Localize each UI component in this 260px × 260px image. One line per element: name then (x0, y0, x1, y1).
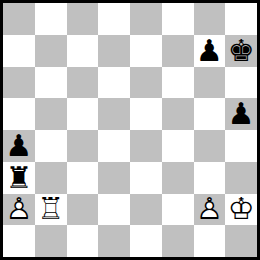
square-h2[interactable]: ♚♔ (225, 194, 257, 226)
square-b5[interactable] (35, 98, 67, 130)
square-e6[interactable] (130, 67, 162, 99)
square-g3[interactable] (194, 162, 226, 194)
square-c1[interactable] (67, 225, 99, 257)
square-d1[interactable] (98, 225, 130, 257)
square-f2[interactable] (162, 194, 194, 226)
white-pawn-glyph: ♙ (3, 194, 35, 226)
square-g4[interactable] (194, 130, 226, 162)
square-a4[interactable]: ♟ (3, 130, 35, 162)
square-h6[interactable] (225, 67, 257, 99)
square-h5[interactable]: ♟ (225, 98, 257, 130)
black-king-glyph: ♚ (225, 35, 257, 67)
square-f7[interactable] (162, 35, 194, 67)
square-a7[interactable] (3, 35, 35, 67)
square-f6[interactable] (162, 67, 194, 99)
square-g7[interactable]: ♟ (194, 35, 226, 67)
square-f8[interactable] (162, 3, 194, 35)
square-c5[interactable] (67, 98, 99, 130)
square-b7[interactable] (35, 35, 67, 67)
square-a3[interactable]: ♜ (3, 162, 35, 194)
square-d3[interactable] (98, 162, 130, 194)
square-f1[interactable] (162, 225, 194, 257)
piece-black-king[interactable]: ♚ (225, 35, 257, 67)
square-c4[interactable] (67, 130, 99, 162)
square-a2[interactable]: ♟♙ (3, 194, 35, 226)
square-a1[interactable] (3, 225, 35, 257)
square-g2[interactable]: ♟♙ (194, 194, 226, 226)
square-b2[interactable]: ♜♖ (35, 194, 67, 226)
black-pawn-glyph: ♟ (194, 35, 226, 67)
square-c7[interactable] (67, 35, 99, 67)
piece-white-pawn[interactable]: ♟♙ (3, 194, 35, 226)
square-g8[interactable] (194, 3, 226, 35)
square-h1[interactable] (225, 225, 257, 257)
square-e2[interactable] (130, 194, 162, 226)
piece-white-pawn[interactable]: ♟♙ (194, 194, 226, 226)
square-e3[interactable] (130, 162, 162, 194)
square-f4[interactable] (162, 130, 194, 162)
square-h3[interactable] (225, 162, 257, 194)
square-d8[interactable] (98, 3, 130, 35)
square-b8[interactable] (35, 3, 67, 35)
white-rook-glyph: ♖ (35, 194, 67, 226)
square-f5[interactable] (162, 98, 194, 130)
square-d6[interactable] (98, 67, 130, 99)
square-b6[interactable] (35, 67, 67, 99)
square-f3[interactable] (162, 162, 194, 194)
square-c6[interactable] (67, 67, 99, 99)
square-e7[interactable] (130, 35, 162, 67)
square-d4[interactable] (98, 130, 130, 162)
square-g5[interactable] (194, 98, 226, 130)
square-b1[interactable] (35, 225, 67, 257)
square-b4[interactable] (35, 130, 67, 162)
piece-white-king[interactable]: ♚♔ (225, 194, 257, 226)
black-pawn-glyph: ♟ (3, 130, 35, 162)
square-e5[interactable] (130, 98, 162, 130)
square-c2[interactable] (67, 194, 99, 226)
square-a5[interactable] (3, 98, 35, 130)
square-d5[interactable] (98, 98, 130, 130)
square-h4[interactable] (225, 130, 257, 162)
black-pawn-glyph: ♟ (225, 98, 257, 130)
square-c8[interactable] (67, 3, 99, 35)
square-a8[interactable] (3, 3, 35, 35)
white-king-glyph: ♔ (225, 194, 257, 226)
chess-board: ♟♚♟♟♜♟♙♜♖♟♙♚♔ (0, 0, 260, 260)
square-e4[interactable] (130, 130, 162, 162)
square-g6[interactable] (194, 67, 226, 99)
white-pawn-glyph: ♙ (194, 194, 226, 226)
piece-black-pawn[interactable]: ♟ (3, 130, 35, 162)
square-e8[interactable] (130, 3, 162, 35)
square-h8[interactable] (225, 3, 257, 35)
square-a6[interactable] (3, 67, 35, 99)
black-rook-glyph: ♜ (3, 162, 35, 194)
square-d7[interactable] (98, 35, 130, 67)
square-d2[interactable] (98, 194, 130, 226)
square-c3[interactable] (67, 162, 99, 194)
square-h7[interactable]: ♚ (225, 35, 257, 67)
piece-white-rook[interactable]: ♜♖ (35, 194, 67, 226)
piece-black-rook[interactable]: ♜ (3, 162, 35, 194)
square-g1[interactable] (194, 225, 226, 257)
square-b3[interactable] (35, 162, 67, 194)
square-e1[interactable] (130, 225, 162, 257)
piece-black-pawn[interactable]: ♟ (194, 35, 226, 67)
piece-black-pawn[interactable]: ♟ (225, 98, 257, 130)
